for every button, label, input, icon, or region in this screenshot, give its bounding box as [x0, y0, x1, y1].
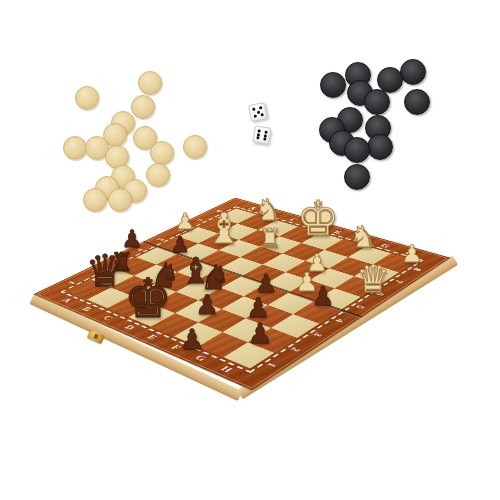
checker-disc: [108, 188, 132, 212]
file-label-h-far: H: [404, 250, 418, 256]
rank-label-8-left: 8: [214, 209, 225, 213]
file-label-c-near: C: [101, 314, 116, 321]
rank-label-5-left: 5: [155, 237, 166, 241]
die-pip: [253, 115, 257, 119]
file-label-e-near: E: [145, 333, 160, 341]
checker-disc: [150, 141, 174, 165]
checker-disc: [183, 135, 207, 159]
die-2-showing-6: [252, 125, 272, 145]
file-label-c-far: C: [288, 217, 300, 222]
rank-label-8-right: 8: [411, 267, 424, 272]
checker-disc: [75, 86, 99, 110]
rank-label-7-right: 7: [393, 279, 407, 284]
file-label-h-near: H: [218, 364, 235, 373]
checker-disc: [83, 188, 107, 212]
checker-disc: [138, 71, 162, 95]
file-label-b-far: B: [267, 211, 279, 216]
checker-disc: [344, 137, 370, 163]
checker-disc: [367, 134, 393, 160]
die-pip: [256, 136, 259, 139]
checker-disc: [146, 163, 170, 187]
die-pip: [257, 133, 260, 136]
die-pip: [259, 106, 263, 110]
rank-label-2-right: 2: [289, 346, 304, 353]
rank-label-3-left: 3: [112, 258, 123, 263]
rank-label-1-right: 1: [265, 361, 280, 368]
rank-label-6-right: 6: [374, 291, 388, 297]
die-pip: [252, 107, 256, 111]
rank-label-7-left: 7: [195, 218, 206, 222]
chess-board: AA11BB22CC33DD44EE55FF66GG77HH88: [33, 198, 450, 391]
checker-disc: [344, 164, 370, 190]
file-label-e-far: E: [332, 229, 344, 234]
rank-label-4-left: 4: [134, 247, 145, 251]
file-label-g-near: G: [193, 353, 210, 362]
checker-disc: [131, 95, 155, 119]
rank-label-4-right: 4: [333, 317, 347, 323]
rank-label-2-left: 2: [90, 269, 101, 274]
file-label-d-near: D: [122, 323, 137, 331]
checker-disc: [400, 59, 426, 85]
rank-label-1-left: 1: [66, 280, 78, 285]
file-label-a-far: A: [247, 206, 259, 211]
die-pip: [256, 110, 260, 114]
rank-label-3-right: 3: [312, 331, 326, 337]
file-label-g-far: G: [379, 243, 393, 249]
checker-disc: [404, 89, 430, 115]
rank-label-5-right: 5: [354, 304, 368, 310]
checker-disc: [63, 136, 87, 160]
file-label-b-near: B: [80, 305, 94, 312]
die-1-showing-5: [248, 102, 268, 122]
file-label-d-far: D: [309, 223, 322, 228]
file-label-f-far: F: [355, 236, 367, 241]
file-label-a-near: A: [60, 297, 75, 304]
product-photo-scene: AA11BB22CC33DD44EE55FF66GG77HH88 ♞♟♚♝♟♜♞…: [0, 0, 500, 500]
file-label-f-near: F: [169, 343, 184, 351]
die-pip: [261, 113, 265, 117]
die-pip: [258, 129, 261, 132]
checker-disc: [320, 72, 346, 98]
board-border-frame: AA11BB22CC33DD44EE55FF66GG77HH88: [33, 198, 450, 391]
die-pip: [264, 130, 267, 133]
rank-label-6-left: 6: [176, 227, 187, 231]
checker-disc: [364, 89, 390, 115]
die-pip: [263, 138, 266, 141]
